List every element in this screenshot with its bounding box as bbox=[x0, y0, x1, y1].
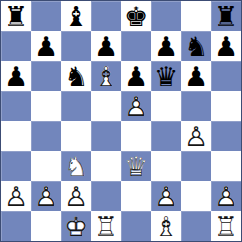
square-h8[interactable]: ♜ bbox=[211, 1, 241, 31]
square-e1[interactable] bbox=[121, 211, 151, 241]
square-g7[interactable]: ♞ bbox=[181, 31, 211, 61]
square-b1[interactable] bbox=[31, 211, 61, 241]
square-d3[interactable] bbox=[91, 151, 121, 181]
square-h3[interactable] bbox=[211, 151, 241, 181]
square-a2[interactable]: ♟♙ bbox=[1, 181, 31, 211]
piece-outline: ♘ bbox=[61, 151, 91, 181]
square-b3[interactable] bbox=[31, 151, 61, 181]
square-f4[interactable] bbox=[151, 121, 181, 151]
piece-white-pawn[interactable]: ♟♙ bbox=[31, 181, 61, 211]
piece-black-pawn[interactable]: ♟ bbox=[211, 31, 241, 61]
square-f6[interactable]: ♛ bbox=[151, 61, 181, 91]
square-f1[interactable]: ♝♗ bbox=[151, 211, 181, 241]
piece-white-king[interactable]: ♚♔ bbox=[61, 211, 91, 241]
piece-black-pawn[interactable]: ♟ bbox=[31, 31, 61, 61]
square-f2[interactable]: ♟♙ bbox=[151, 181, 181, 211]
piece-white-pawn[interactable]: ♟♙ bbox=[121, 91, 151, 121]
square-d4[interactable] bbox=[91, 121, 121, 151]
piece-outline: ♙ bbox=[121, 91, 151, 121]
square-g3[interactable] bbox=[181, 151, 211, 181]
square-e2[interactable] bbox=[121, 181, 151, 211]
square-b7[interactable]: ♟ bbox=[31, 31, 61, 61]
square-c6[interactable]: ♞ bbox=[61, 61, 91, 91]
square-f7[interactable]: ♟ bbox=[151, 31, 181, 61]
square-g6[interactable]: ♟ bbox=[181, 61, 211, 91]
square-e5[interactable]: ♟♙ bbox=[121, 91, 151, 121]
square-d8[interactable] bbox=[91, 1, 121, 31]
square-h6[interactable] bbox=[211, 61, 241, 91]
piece-black-pawn[interactable]: ♟ bbox=[91, 31, 121, 61]
square-b5[interactable] bbox=[31, 91, 61, 121]
piece-outline: ♖ bbox=[91, 211, 121, 241]
square-c1[interactable]: ♚♔ bbox=[61, 211, 91, 241]
piece-white-queen[interactable]: ♛♕ bbox=[121, 151, 151, 181]
square-d5[interactable] bbox=[91, 91, 121, 121]
square-a6[interactable]: ♟ bbox=[1, 61, 31, 91]
square-h5[interactable] bbox=[211, 91, 241, 121]
square-f8[interactable] bbox=[151, 1, 181, 31]
square-g8[interactable] bbox=[181, 1, 211, 31]
square-e7[interactable] bbox=[121, 31, 151, 61]
square-g1[interactable] bbox=[181, 211, 211, 241]
square-e8[interactable]: ♚ bbox=[121, 1, 151, 31]
piece-black-queen[interactable]: ♛ bbox=[151, 61, 181, 91]
square-h2[interactable]: ♟♙ bbox=[211, 181, 241, 211]
square-a5[interactable] bbox=[1, 91, 31, 121]
piece-outline: ♙ bbox=[211, 181, 241, 211]
piece-black-pawn[interactable]: ♟ bbox=[1, 61, 31, 91]
piece-white-rook[interactable]: ♜♖ bbox=[211, 211, 241, 241]
piece-outline: ♙ bbox=[31, 181, 61, 211]
square-a8[interactable]: ♜ bbox=[1, 1, 31, 31]
piece-outline: ♗ bbox=[151, 211, 181, 241]
piece-outline: ♙ bbox=[151, 181, 181, 211]
piece-outline: ♕ bbox=[121, 151, 151, 181]
piece-black-knight[interactable]: ♞ bbox=[181, 31, 211, 61]
square-b2[interactable]: ♟♙ bbox=[31, 181, 61, 211]
square-c4[interactable] bbox=[61, 121, 91, 151]
square-c8[interactable]: ♝ bbox=[61, 1, 91, 31]
square-d7[interactable]: ♟ bbox=[91, 31, 121, 61]
square-g4[interactable]: ♟♙ bbox=[181, 121, 211, 151]
square-b8[interactable] bbox=[31, 1, 61, 31]
piece-black-rook[interactable]: ♜ bbox=[211, 1, 241, 31]
piece-black-king[interactable]: ♚ bbox=[121, 1, 151, 31]
piece-outline: ♙ bbox=[61, 181, 91, 211]
square-f5[interactable] bbox=[151, 91, 181, 121]
square-e6[interactable]: ♟ bbox=[121, 61, 151, 91]
square-g2[interactable] bbox=[181, 181, 211, 211]
piece-outline: ♗ bbox=[91, 61, 121, 91]
piece-black-pawn[interactable]: ♟ bbox=[151, 31, 181, 61]
square-h7[interactable]: ♟ bbox=[211, 31, 241, 61]
square-e3[interactable]: ♛♕ bbox=[121, 151, 151, 181]
square-a1[interactable] bbox=[1, 211, 31, 241]
square-h1[interactable]: ♜♖ bbox=[211, 211, 241, 241]
piece-white-knight[interactable]: ♞♘ bbox=[61, 151, 91, 181]
square-c5[interactable] bbox=[61, 91, 91, 121]
square-a4[interactable] bbox=[1, 121, 31, 151]
square-c2[interactable]: ♟♙ bbox=[61, 181, 91, 211]
piece-outline: ♙ bbox=[1, 181, 31, 211]
piece-black-bishop[interactable]: ♝ bbox=[61, 1, 91, 31]
square-g5[interactable] bbox=[181, 91, 211, 121]
piece-black-rook[interactable]: ♜ bbox=[1, 1, 31, 31]
piece-black-pawn[interactable]: ♟ bbox=[181, 61, 211, 91]
square-h4[interactable] bbox=[211, 121, 241, 151]
piece-white-pawn[interactable]: ♟♙ bbox=[1, 181, 31, 211]
piece-outline: ♔ bbox=[61, 211, 91, 241]
square-d1[interactable]: ♜♖ bbox=[91, 211, 121, 241]
piece-white-pawn[interactable]: ♟♙ bbox=[151, 181, 181, 211]
piece-black-pawn[interactable]: ♟ bbox=[121, 61, 151, 91]
piece-white-bishop[interactable]: ♝♗ bbox=[151, 211, 181, 241]
square-e4[interactable] bbox=[121, 121, 151, 151]
square-a3[interactable] bbox=[1, 151, 31, 181]
square-c7[interactable] bbox=[61, 31, 91, 61]
piece-black-knight[interactable]: ♞ bbox=[61, 61, 91, 91]
square-d6[interactable]: ♝♗ bbox=[91, 61, 121, 91]
piece-white-pawn[interactable]: ♟♙ bbox=[61, 181, 91, 211]
piece-outline: ♖ bbox=[211, 211, 241, 241]
piece-white-pawn[interactable]: ♟♙ bbox=[211, 181, 241, 211]
chess-board: ♜♝♚♜♟♟♟♞♟♟♞♝♗♟♛♟♟♙♟♙♞♘♛♕♟♙♟♙♟♙♟♙♟♙♚♔♜♖♝♗… bbox=[0, 0, 242, 242]
piece-white-bishop[interactable]: ♝♗ bbox=[91, 61, 121, 91]
square-b6[interactable] bbox=[31, 61, 61, 91]
square-d2[interactable] bbox=[91, 181, 121, 211]
square-c3[interactable]: ♞♘ bbox=[61, 151, 91, 181]
piece-outline: ♙ bbox=[181, 121, 211, 151]
square-b4[interactable] bbox=[31, 121, 61, 151]
piece-white-rook[interactable]: ♜♖ bbox=[91, 211, 121, 241]
square-f3[interactable] bbox=[151, 151, 181, 181]
piece-white-pawn[interactable]: ♟♙ bbox=[181, 121, 211, 151]
square-a7[interactable] bbox=[1, 31, 31, 61]
